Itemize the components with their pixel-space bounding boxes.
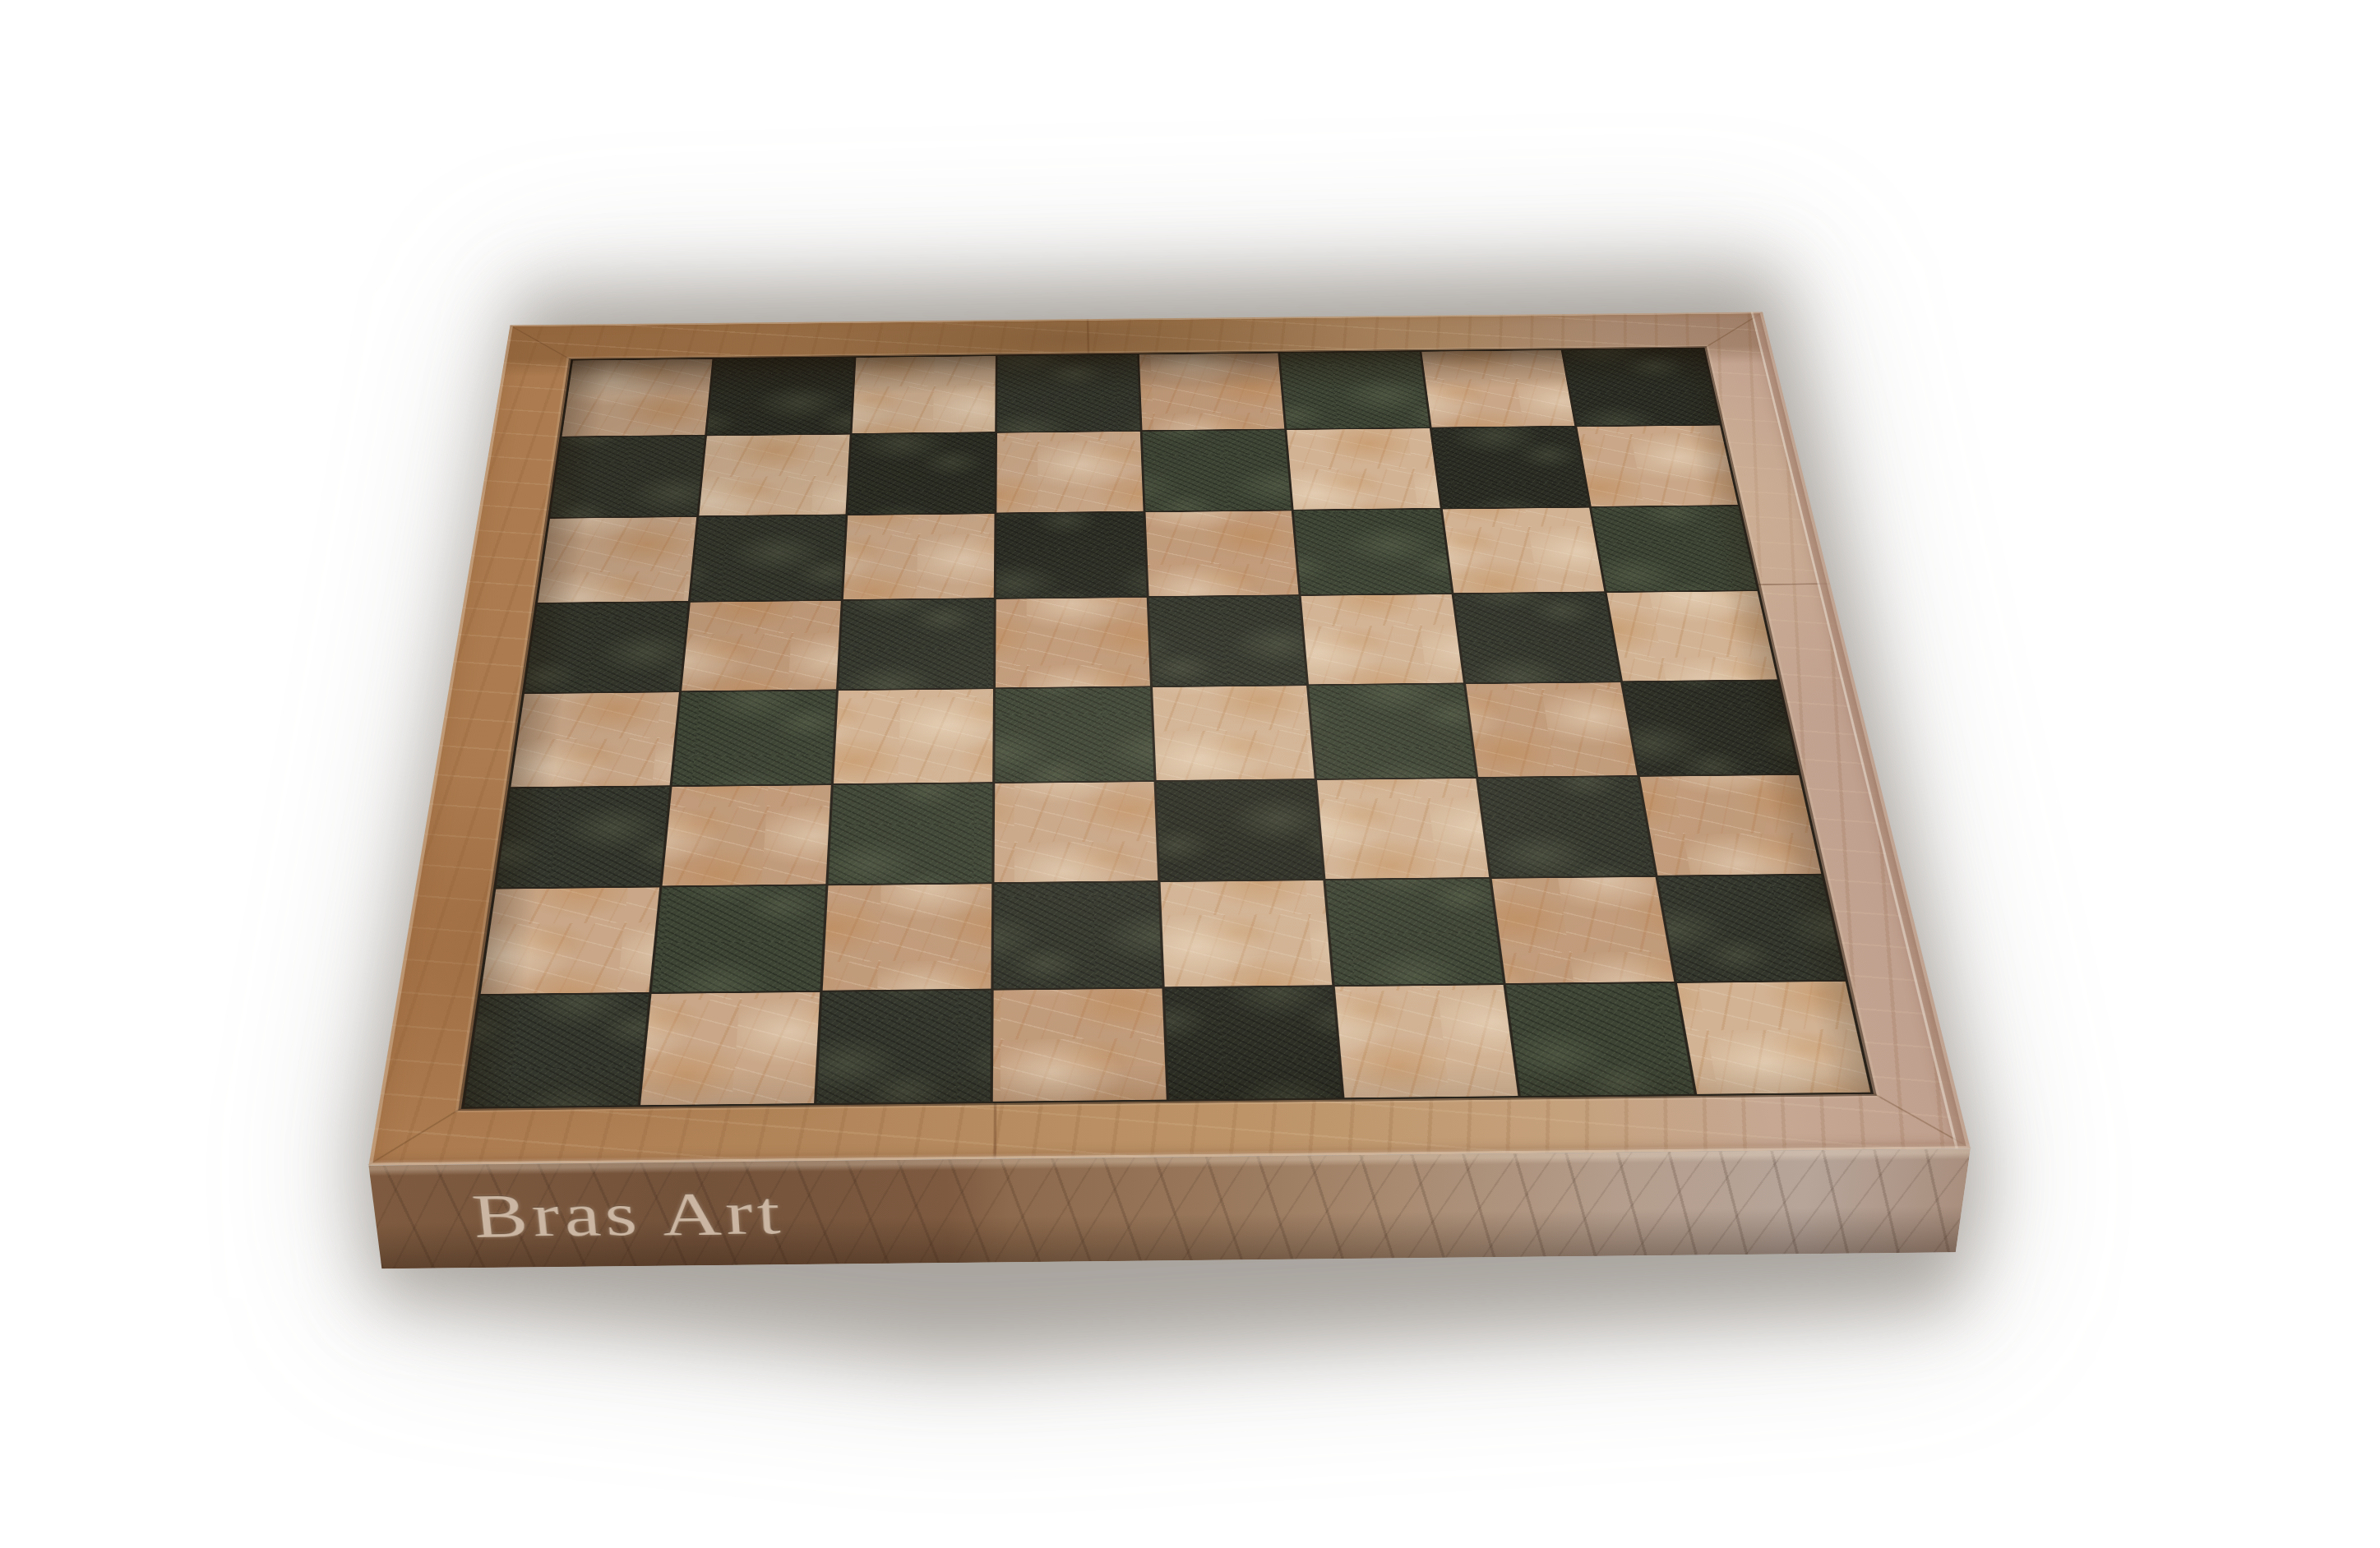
square-f8[interactable] <box>1280 352 1430 429</box>
board-engraving: Bras Art <box>469 1178 786 1251</box>
board-scene: Bras Art <box>441 0 1861 1397</box>
square-d2[interactable] <box>993 882 1162 988</box>
square-h2[interactable] <box>1658 876 1845 982</box>
square-g2[interactable] <box>1492 877 1675 983</box>
square-h4[interactable] <box>1623 681 1798 775</box>
square-g5[interactable] <box>1454 593 1620 682</box>
square-c4[interactable] <box>834 689 993 784</box>
square-d7[interactable] <box>996 432 1143 513</box>
square-f2[interactable] <box>1326 879 1504 985</box>
square-b2[interactable] <box>652 886 825 992</box>
square-d3[interactable] <box>994 782 1158 882</box>
square-c7[interactable] <box>848 433 995 515</box>
square-g6[interactable] <box>1443 507 1604 593</box>
square-b6[interactable] <box>691 515 845 601</box>
square-h8[interactable] <box>1564 349 1720 426</box>
chess-board: Bras Art <box>368 312 1970 1165</box>
page-background: Bras Art <box>0 0 2380 1548</box>
board-grid <box>461 348 1874 1109</box>
square-g7[interactable] <box>1432 427 1589 507</box>
square-h7[interactable] <box>1577 425 1737 506</box>
frame-miter-top-left <box>510 326 572 361</box>
square-f5[interactable] <box>1301 594 1463 684</box>
square-c3[interactable] <box>828 783 992 884</box>
frame-miter-bottom-left <box>368 1107 463 1165</box>
square-a4[interactable] <box>511 692 678 788</box>
square-d5[interactable] <box>996 598 1150 687</box>
square-d4[interactable] <box>995 687 1153 783</box>
square-d8[interactable] <box>997 354 1140 432</box>
square-h6[interactable] <box>1592 506 1757 592</box>
square-f4[interactable] <box>1309 684 1476 779</box>
square-h1[interactable] <box>1677 982 1870 1094</box>
square-e7[interactable] <box>1142 430 1292 511</box>
square-d1[interactable] <box>992 989 1166 1102</box>
square-a2[interactable] <box>481 888 659 995</box>
square-e2[interactable] <box>1160 880 1333 987</box>
square-h5[interactable] <box>1607 591 1777 681</box>
square-e5[interactable] <box>1148 596 1306 686</box>
square-e8[interactable] <box>1139 353 1284 431</box>
square-c8[interactable] <box>852 356 995 433</box>
square-a7[interactable] <box>550 436 705 517</box>
frame-miter-bottom-right <box>1873 1093 1971 1148</box>
square-g8[interactable] <box>1422 350 1575 427</box>
square-a5[interactable] <box>525 603 688 693</box>
square-e6[interactable] <box>1145 511 1299 596</box>
square-h3[interactable] <box>1640 775 1821 876</box>
square-f7[interactable] <box>1287 428 1440 510</box>
square-c2[interactable] <box>822 884 991 990</box>
square-c6[interactable] <box>843 514 995 599</box>
board-front-edge: Bras Art <box>368 1148 1970 1268</box>
square-b4[interactable] <box>672 691 836 786</box>
square-b5[interactable] <box>682 601 841 691</box>
square-b8[interactable] <box>707 358 854 435</box>
square-c5[interactable] <box>839 599 994 689</box>
frame-seam-top <box>1086 319 1089 353</box>
frame-seam-front <box>993 1103 996 1159</box>
square-a3[interactable] <box>497 787 670 887</box>
square-e4[interactable] <box>1153 686 1315 780</box>
square-b7[interactable] <box>699 435 849 516</box>
square-a6[interactable] <box>538 517 696 603</box>
square-g1[interactable] <box>1506 983 1694 1096</box>
square-a8[interactable] <box>562 359 713 437</box>
square-f1[interactable] <box>1335 985 1518 1097</box>
square-e1[interactable] <box>1164 987 1342 1099</box>
square-a1[interactable] <box>464 994 649 1107</box>
square-f6[interactable] <box>1294 509 1452 594</box>
square-c1[interactable] <box>816 991 991 1103</box>
square-g4[interactable] <box>1466 682 1637 777</box>
square-d6[interactable] <box>996 512 1146 598</box>
square-b1[interactable] <box>640 992 820 1105</box>
